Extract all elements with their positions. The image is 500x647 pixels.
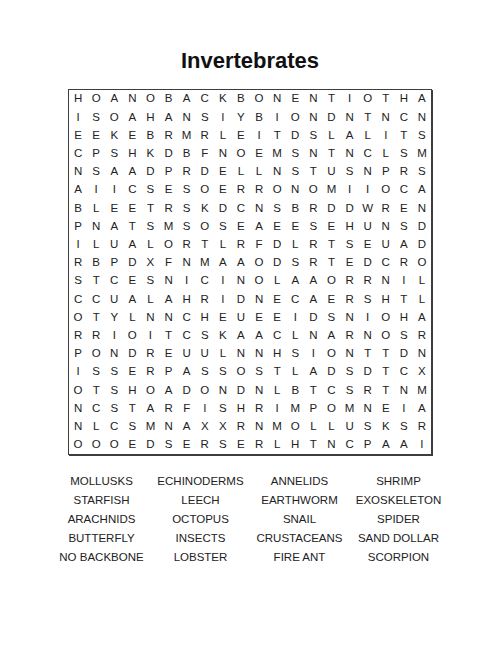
grid-cell-r10c3: P <box>105 254 123 272</box>
grid-cell-r13c17: I <box>359 308 377 326</box>
grid-cell-r7c4: E <box>123 199 141 217</box>
grid-cell-r17c17: R <box>359 381 377 399</box>
grid-cell-r16c10: O <box>232 363 250 381</box>
grid-cell-r18c17: N <box>359 399 377 417</box>
grid-cell-r12c20: L <box>413 290 431 308</box>
grid-cell-r13c16: N <box>341 308 359 326</box>
grid-cell-r10c2: B <box>87 254 105 272</box>
grid-cell-r10c13: S <box>286 254 304 272</box>
grid-cell-r1c10: B <box>232 90 250 108</box>
grid-cell-r19c1: N <box>69 418 87 436</box>
grid-cell-r15c17: T <box>359 345 377 363</box>
grid-cell-r2c3: O <box>105 108 123 126</box>
grid-cell-r11c2: T <box>87 272 105 290</box>
grid-cell-r1c20: A <box>413 90 431 108</box>
grid-cell-r16c7: A <box>178 363 196 381</box>
grid-cell-r12c12: E <box>268 290 286 308</box>
grid-cell-r14c13: L <box>286 327 304 345</box>
grid-cell-r17c18: T <box>377 381 395 399</box>
grid-cell-r19c9: X <box>214 418 232 436</box>
grid-cell-r18c13: M <box>286 399 304 417</box>
grid-cell-r11c18: N <box>377 272 395 290</box>
grid-cell-r6c1: A <box>69 181 87 199</box>
grid-cell-r7c19: E <box>395 199 413 217</box>
grid-cell-r13c14: D <box>304 308 322 326</box>
grid-cell-r1c13: E <box>286 90 304 108</box>
grid-cell-r18c18: E <box>377 399 395 417</box>
grid-cell-r19c13: O <box>286 418 304 436</box>
grid-cell-r8c15: E <box>322 217 340 235</box>
grid-cell-r4c6: D <box>160 145 178 163</box>
grid-cell-r19c12: M <box>268 418 286 436</box>
grid-cell-r6c18: O <box>377 181 395 199</box>
grid-cell-r19c4: S <box>123 418 141 436</box>
grid-cell-r14c1: R <box>69 327 87 345</box>
grid-cell-r2c2: S <box>87 108 105 126</box>
word-list-item: SPIDER <box>351 510 446 529</box>
grid-cell-r10c15: T <box>322 254 340 272</box>
grid-cell-r17c14: T <box>304 381 322 399</box>
grid-cell-r18c15: O <box>322 399 340 417</box>
grid-cell-r9c7: R <box>178 236 196 254</box>
word-list-item: BUTTERFLY <box>54 529 149 548</box>
grid-cell-r14c20: R <box>413 327 431 345</box>
grid-cell-r18c2: C <box>87 399 105 417</box>
grid-cell-r8c4: T <box>123 217 141 235</box>
grid-cell-r6c13: N <box>286 181 304 199</box>
grid-cell-r1c18: T <box>377 90 395 108</box>
grid-cell-r7c7: S <box>178 199 196 217</box>
grid-cell-r5c13: S <box>286 163 304 181</box>
grid-cell-r5c2: S <box>87 163 105 181</box>
grid-cell-r16c1: I <box>69 363 87 381</box>
grid-cell-r19c20: R <box>413 418 431 436</box>
grid-cell-r4c20: M <box>413 145 431 163</box>
grid-cell-r4c4: H <box>123 145 141 163</box>
grid-cell-r3c6: R <box>160 126 178 144</box>
grid-cell-r19c8: X <box>196 418 214 436</box>
grid-cell-r4c12: M <box>268 145 286 163</box>
grid-cell-r16c18: T <box>377 363 395 381</box>
grid-cell-r6c15: M <box>322 181 340 199</box>
grid-cell-r18c12: I <box>268 399 286 417</box>
grid-cell-r13c18: O <box>377 308 395 326</box>
grid-cell-r3c1: E <box>69 126 87 144</box>
grid-cell-r1c15: T <box>322 90 340 108</box>
word-list-item: OCTOPUS <box>153 510 248 529</box>
grid-cell-r20c16: C <box>341 436 359 454</box>
grid-cell-r4c8: F <box>196 145 214 163</box>
grid-cell-r15c7: U <box>178 345 196 363</box>
grid-cell-r15c13: S <box>286 345 304 363</box>
grid-cell-r19c14: L <box>304 418 322 436</box>
grid-cell-r8c14: S <box>304 217 322 235</box>
grid-cell-r12c15: E <box>322 290 340 308</box>
grid-cell-r6c2: I <box>87 181 105 199</box>
grid-cell-r18c14: P <box>304 399 322 417</box>
grid-cell-r9c3: U <box>105 236 123 254</box>
grid-cell-r10c16: E <box>341 254 359 272</box>
grid-cell-r4c10: O <box>232 145 250 163</box>
grid-cell-r2c20: N <box>413 108 431 126</box>
grid-cell-r16c19: C <box>395 363 413 381</box>
grid-cell-r4c19: S <box>395 145 413 163</box>
grid-cell-r8c6: M <box>160 217 178 235</box>
grid-cell-r15c5: R <box>141 345 159 363</box>
grid-cell-r10c18: C <box>377 254 395 272</box>
grid-cell-r17c3: S <box>105 381 123 399</box>
grid-cell-r20c10: E <box>232 436 250 454</box>
grid-cell-r1c11: O <box>250 90 268 108</box>
grid-cell-r13c19: H <box>395 308 413 326</box>
grid-cell-r20c4: E <box>123 436 141 454</box>
grid-cell-r16c20: X <box>413 363 431 381</box>
grid-cell-r8c1: P <box>69 217 87 235</box>
grid-cell-r10c11: O <box>250 254 268 272</box>
puzzle-page: Invertebrates HOANOBACKBONENTIOTHAISOAHA… <box>0 0 500 647</box>
grid-cell-r18c20: A <box>413 399 431 417</box>
grid-cell-r15c12: H <box>268 345 286 363</box>
grid-cell-r12c13: C <box>286 290 304 308</box>
grid-cell-r7c14: R <box>304 199 322 217</box>
grid-cell-r12c14: A <box>304 290 322 308</box>
grid-cell-r18c16: M <box>341 399 359 417</box>
grid-cell-r4c14: N <box>304 145 322 163</box>
grid-cell-r9c4: A <box>123 236 141 254</box>
grid-cell-r4c3: S <box>105 145 123 163</box>
grid-cell-r8c12: E <box>268 217 286 235</box>
grid-cell-r7c2: L <box>87 199 105 217</box>
grid-cell-r20c19: A <box>395 436 413 454</box>
grid-cell-r8c9: S <box>214 217 232 235</box>
grid-cell-r11c5: S <box>141 272 159 290</box>
grid-cell-r8c8: O <box>196 217 214 235</box>
grid-cell-r11c4: E <box>123 272 141 290</box>
grid-cell-r5c6: P <box>160 163 178 181</box>
grid-cell-r10c9: A <box>214 254 232 272</box>
grid-cell-r16c9: S <box>214 363 232 381</box>
grid-cell-r6c14: O <box>304 181 322 199</box>
grid-cell-r14c6: T <box>160 327 178 345</box>
grid-cell-r12c10: D <box>232 290 250 308</box>
grid-cell-r6c5: S <box>141 181 159 199</box>
grid-cell-r3c13: D <box>286 126 304 144</box>
grid-cell-r14c12: C <box>268 327 286 345</box>
grid-cell-r2c17: T <box>359 108 377 126</box>
grid-cell-r19c5: M <box>141 418 159 436</box>
grid-cell-r14c4: O <box>123 327 141 345</box>
grid-cell-r20c18: A <box>377 436 395 454</box>
grid-cell-r8c7: S <box>178 217 196 235</box>
grid-cell-r7c11: N <box>250 199 268 217</box>
grid-cell-r17c8: O <box>196 381 214 399</box>
word-list-item: FIRE ANT <box>252 548 347 567</box>
word-list-item: SCORPION <box>351 548 446 567</box>
grid-cell-r17c19: N <box>395 381 413 399</box>
grid-cell-r7c9: D <box>214 199 232 217</box>
grid-cell-r20c3: O <box>105 436 123 454</box>
grid-cell-r2c14: N <box>304 108 322 126</box>
grid-cell-r10c6: F <box>160 254 178 272</box>
grid-cell-r9c1: I <box>69 236 87 254</box>
grid-cell-r9c12: D <box>268 236 286 254</box>
word-list-item: ECHINODERMS <box>153 472 248 491</box>
grid-cell-r9c6: O <box>160 236 178 254</box>
grid-cell-r7c20: N <box>413 199 431 217</box>
grid-cell-r17c9: N <box>214 381 232 399</box>
puzzle-title: Invertebrates <box>0 48 500 74</box>
grid-cell-r12c7: H <box>178 290 196 308</box>
grid-cell-r20c11: R <box>250 436 268 454</box>
grid-cell-r11c3: C <box>105 272 123 290</box>
grid-cell-r8c19: S <box>395 217 413 235</box>
grid-cell-r17c16: S <box>341 381 359 399</box>
grid-cell-r4c17: C <box>359 145 377 163</box>
word-list-item: SAND DOLLAR <box>351 529 446 548</box>
word-search-grid: HOANOBACKBONENTIOTHAISOAHANSIYBIONDNTNCN… <box>68 89 432 455</box>
grid-cell-r16c2: S <box>87 363 105 381</box>
grid-cell-r13c6: N <box>160 308 178 326</box>
grid-cell-r6c17: I <box>359 181 377 199</box>
grid-cell-r12c5: L <box>141 290 159 308</box>
grid-cell-r9c2: L <box>87 236 105 254</box>
grid-cell-r11c14: A <box>304 272 322 290</box>
grid-cell-r9c11: F <box>250 236 268 254</box>
grid-cell-r20c20: I <box>413 436 431 454</box>
grid-cell-r18c1: N <box>69 399 87 417</box>
grid-cell-r3c16: A <box>341 126 359 144</box>
grid-cell-r16c16: S <box>341 363 359 381</box>
grid-cell-r8c18: N <box>377 217 395 235</box>
grid-cell-r5c14: T <box>304 163 322 181</box>
grid-cell-r18c6: R <box>160 399 178 417</box>
grid-cell-r10c5: X <box>141 254 159 272</box>
grid-cell-r6c8: O <box>196 181 214 199</box>
grid-cell-r17c6: A <box>160 381 178 399</box>
grid-cell-r5c20: S <box>413 163 431 181</box>
grid-cell-r14c2: R <box>87 327 105 345</box>
grid-cell-r20c15: N <box>322 436 340 454</box>
grid-cell-r9c14: R <box>304 236 322 254</box>
grid-cell-r13c10: U <box>232 308 250 326</box>
grid-cell-r1c14: N <box>304 90 322 108</box>
grid-cell-r16c3: S <box>105 363 123 381</box>
grid-cell-r4c11: E <box>250 145 268 163</box>
grid-cell-r15c16: N <box>341 345 359 363</box>
grid-cell-r2c9: I <box>214 108 232 126</box>
grid-cell-r3c20: S <box>413 126 431 144</box>
grid-cell-r2c6: A <box>160 108 178 126</box>
grid-cell-r5c4: A <box>123 163 141 181</box>
grid-cell-r13c11: E <box>250 308 268 326</box>
grid-cell-r13c15: S <box>322 308 340 326</box>
grid-cell-r10c14: R <box>304 254 322 272</box>
grid-cell-r11c6: N <box>160 272 178 290</box>
grid-cell-r3c9: L <box>214 126 232 144</box>
grid-cell-r18c8: I <box>196 399 214 417</box>
grid-cell-r13c12: E <box>268 308 286 326</box>
grid-cell-r12c16: R <box>341 290 359 308</box>
grid-cell-r1c9: K <box>214 90 232 108</box>
grid-cell-r18c5: A <box>141 399 159 417</box>
grid-cell-r12c17: S <box>359 290 377 308</box>
grid-cell-r1c2: O <box>87 90 105 108</box>
grid-cell-r10c7: N <box>178 254 196 272</box>
grid-cell-r1c5: O <box>141 90 159 108</box>
grid-cell-r5c15: U <box>322 163 340 181</box>
grid-cell-r5c12: N <box>268 163 286 181</box>
grid-cell-r7c3: E <box>105 199 123 217</box>
grid-cell-r9c19: A <box>395 236 413 254</box>
grid-cell-r16c11: S <box>250 363 268 381</box>
grid-cell-r10c1: R <box>69 254 87 272</box>
grid-cell-r14c7: C <box>178 327 196 345</box>
grid-cell-r12c3: U <box>105 290 123 308</box>
grid-cell-r19c3: C <box>105 418 123 436</box>
grid-cell-r19c7: A <box>178 418 196 436</box>
grid-cell-r3c2: E <box>87 126 105 144</box>
grid-cell-r7c6: R <box>160 199 178 217</box>
grid-cell-r20c17: P <box>359 436 377 454</box>
grid-cell-r13c2: T <box>87 308 105 326</box>
grid-cell-r8c16: H <box>341 217 359 235</box>
grid-cell-r16c15: D <box>322 363 340 381</box>
grid-cell-r3c12: T <box>268 126 286 144</box>
grid-cell-r2c18: N <box>377 108 395 126</box>
grid-cell-r11c15: O <box>322 272 340 290</box>
word-list-item: INSECTS <box>153 529 248 548</box>
grid-cell-r14c9: K <box>214 327 232 345</box>
grid-cell-r15c15: O <box>322 345 340 363</box>
grid-cell-r17c5: O <box>141 381 159 399</box>
grid-cell-r1c1: H <box>69 90 87 108</box>
grid-cell-r4c1: C <box>69 145 87 163</box>
grid-cell-r14c16: R <box>341 327 359 345</box>
grid-cell-r5c7: R <box>178 163 196 181</box>
grid-cell-r20c1: O <box>69 436 87 454</box>
grid-cell-r8c20: D <box>413 217 431 235</box>
grid-cell-r10c12: D <box>268 254 286 272</box>
grid-cell-r11c1: S <box>69 272 87 290</box>
grid-cell-r9c9: L <box>214 236 232 254</box>
grid-cell-r3c14: S <box>304 126 322 144</box>
word-list-item: NO BACKBONE <box>54 548 149 567</box>
grid-cell-r2c1: I <box>69 108 87 126</box>
grid-cell-r12c8: R <box>196 290 214 308</box>
grid-cell-r8c5: S <box>141 217 159 235</box>
grid-cell-r1c19: H <box>395 90 413 108</box>
grid-cell-r4c7: B <box>178 145 196 163</box>
grid-cell-r2c19: C <box>395 108 413 126</box>
grid-cell-r3c17: L <box>359 126 377 144</box>
grid-cell-r5c11: L <box>250 163 268 181</box>
grid-cell-r11c20: L <box>413 272 431 290</box>
grid-cell-r13c8: H <box>196 308 214 326</box>
grid-cell-r17c20: M <box>413 381 431 399</box>
grid-cell-r10c20: O <box>413 254 431 272</box>
word-list-item: LOBSTER <box>153 548 248 567</box>
grid-cell-r17c12: L <box>268 381 286 399</box>
grid-cell-r3c18: I <box>377 126 395 144</box>
grid-cell-r15c1: P <box>69 345 87 363</box>
grid-cell-r14c11: A <box>250 327 268 345</box>
grid-cell-r15c11: N <box>250 345 268 363</box>
grid-cell-r17c4: H <box>123 381 141 399</box>
grid-cell-r1c8: C <box>196 90 214 108</box>
grid-cell-r1c17: O <box>359 90 377 108</box>
grid-cell-r2c10: Y <box>232 108 250 126</box>
grid-cell-r9c13: L <box>286 236 304 254</box>
grid-cell-r6c6: E <box>160 181 178 199</box>
grid-cell-r8c11: A <box>250 217 268 235</box>
grid-cell-r16c6: P <box>160 363 178 381</box>
grid-cell-r5c18: P <box>377 163 395 181</box>
grid-cell-r2c5: H <box>141 108 159 126</box>
grid-cell-r3c11: I <box>250 126 268 144</box>
grid-cell-r3c3: K <box>105 126 123 144</box>
grid-cell-r15c3: N <box>105 345 123 363</box>
grid-cell-r7c18: R <box>377 199 395 217</box>
grid-cell-r8c2: N <box>87 217 105 235</box>
grid-cell-r3c19: T <box>395 126 413 144</box>
grid-cell-r15c19: D <box>395 345 413 363</box>
grid-cell-r16c8: S <box>196 363 214 381</box>
grid-cell-r20c12: L <box>268 436 286 454</box>
grid-cell-r6c10: R <box>232 181 250 199</box>
grid-cell-r15c20: N <box>413 345 431 363</box>
grid-cell-r19c17: S <box>359 418 377 436</box>
grid-cell-r18c19: I <box>395 399 413 417</box>
grid-cell-r11c7: I <box>178 272 196 290</box>
grid-cell-r13c13: I <box>286 308 304 326</box>
grid-cell-r13c20: A <box>413 308 431 326</box>
grid-cell-r19c16: U <box>341 418 359 436</box>
grid-cell-r1c7: A <box>178 90 196 108</box>
grid-cell-r15c8: U <box>196 345 214 363</box>
grid-cell-r19c15: L <box>322 418 340 436</box>
grid-cell-r16c14: A <box>304 363 322 381</box>
grid-cell-r12c2: C <box>87 290 105 308</box>
grid-cell-r11c11: O <box>250 272 268 290</box>
grid-cell-r5c1: N <box>69 163 87 181</box>
grid-cell-r17c13: B <box>286 381 304 399</box>
grid-cell-r2c13: O <box>286 108 304 126</box>
grid-cell-r4c5: K <box>141 145 159 163</box>
grid-cell-r6c7: S <box>178 181 196 199</box>
grid-cell-r8c13: E <box>286 217 304 235</box>
grid-cell-r18c7: F <box>178 399 196 417</box>
grid-cell-r6c16: I <box>341 181 359 199</box>
grid-cell-r19c18: K <box>377 418 395 436</box>
grid-cell-r5c5: D <box>141 163 159 181</box>
grid-cell-r20c7: E <box>178 436 196 454</box>
grid-cell-r11c10: N <box>232 272 250 290</box>
grid-cell-r7c12: S <box>268 199 286 217</box>
grid-cell-r1c4: N <box>123 90 141 108</box>
grid-cell-r5c16: S <box>341 163 359 181</box>
grid-cell-r18c11: R <box>250 399 268 417</box>
grid-cell-r16c13: L <box>286 363 304 381</box>
grid-cell-r20c13: H <box>286 436 304 454</box>
grid-cell-r17c7: D <box>178 381 196 399</box>
grid-cell-r2c12: I <box>268 108 286 126</box>
grid-cell-r5c3: A <box>105 163 123 181</box>
grid-cell-r19c11: N <box>250 418 268 436</box>
grid-cell-r15c18: T <box>377 345 395 363</box>
grid-cell-r12c1: C <box>69 290 87 308</box>
grid-cell-r7c1: B <box>69 199 87 217</box>
grid-cell-r5c10: L <box>232 163 250 181</box>
